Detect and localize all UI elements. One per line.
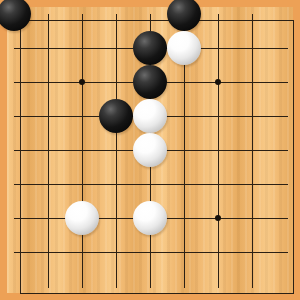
grid-line-vertical [252,14,253,288]
black-stone-D6 [99,99,133,133]
white-stone-F8 [167,31,201,65]
star-point [215,215,221,221]
star-point [79,79,85,85]
star-point [215,79,221,85]
go-board[interactable] [0,0,300,300]
grid-line-vertical [218,14,219,288]
black-stone-E8 [133,31,167,65]
grid-line-horizontal [14,252,288,253]
white-stone-C3 [65,201,99,235]
black-stone-E7 [133,65,167,99]
grid-line-vertical [82,14,83,288]
grid-line-vertical [48,14,49,288]
white-stone-E6 [133,99,167,133]
grid-line-horizontal [14,184,288,185]
grid-line-vertical [116,14,117,288]
white-stone-E5 [133,133,167,167]
white-stone-E3 [133,201,167,235]
